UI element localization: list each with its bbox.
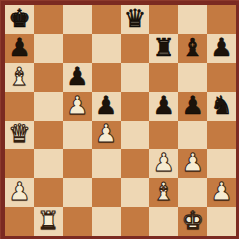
piece-white-pawn[interactable]: ♟	[181, 150, 203, 175]
piece-black-pawn[interactable]: ♟	[95, 93, 117, 118]
piece-black-bishop[interactable]: ♝	[181, 35, 203, 60]
square-h2[interactable]: ♟	[207, 178, 236, 207]
square-f7[interactable]: ♜	[149, 34, 178, 63]
square-f1[interactable]	[149, 207, 178, 236]
square-c5[interactable]: ♟	[63, 92, 92, 121]
square-b1[interactable]: ♜	[34, 207, 63, 236]
square-h7[interactable]: ♟	[207, 34, 236, 63]
square-b6[interactable]	[34, 63, 63, 92]
square-d7[interactable]	[92, 34, 121, 63]
piece-white-rook[interactable]: ♜	[37, 208, 59, 233]
square-g6[interactable]	[178, 63, 207, 92]
square-b2[interactable]	[34, 178, 63, 207]
square-a2[interactable]: ♟	[5, 178, 34, 207]
square-a3[interactable]	[5, 149, 34, 178]
square-f2[interactable]: ♝	[149, 178, 178, 207]
square-b8[interactable]	[34, 5, 63, 34]
piece-white-queen[interactable]: ♛	[8, 121, 30, 146]
square-a6[interactable]: ♝	[5, 63, 34, 92]
square-g8[interactable]	[178, 5, 207, 34]
piece-black-pawn[interactable]: ♟	[181, 93, 203, 118]
square-c2[interactable]	[63, 178, 92, 207]
square-a5[interactable]	[5, 92, 34, 121]
piece-black-pawn[interactable]: ♟	[153, 93, 175, 118]
square-c6[interactable]: ♟	[63, 63, 92, 92]
square-e3[interactable]	[121, 149, 150, 178]
piece-white-pawn[interactable]: ♟	[153, 150, 175, 175]
square-b7[interactable]	[34, 34, 63, 63]
square-c8[interactable]	[63, 5, 92, 34]
square-e7[interactable]	[121, 34, 150, 63]
square-d5[interactable]: ♟	[92, 92, 121, 121]
square-h8[interactable]	[207, 5, 236, 34]
square-f4[interactable]	[149, 121, 178, 150]
square-b3[interactable]	[34, 149, 63, 178]
piece-white-bishop[interactable]: ♝	[153, 179, 175, 204]
piece-black-pawn[interactable]: ♟	[66, 64, 88, 89]
square-e5[interactable]	[121, 92, 150, 121]
piece-white-pawn[interactable]: ♟	[95, 121, 117, 146]
square-d2[interactable]	[92, 178, 121, 207]
square-e4[interactable]	[121, 121, 150, 150]
square-d1[interactable]	[92, 207, 121, 236]
square-f8[interactable]	[149, 5, 178, 34]
square-d8[interactable]	[92, 5, 121, 34]
square-g7[interactable]: ♝	[178, 34, 207, 63]
square-b5[interactable]	[34, 92, 63, 121]
square-f3[interactable]: ♟	[149, 149, 178, 178]
square-g5[interactable]: ♟	[178, 92, 207, 121]
square-e8[interactable]: ♛	[121, 5, 150, 34]
square-d4[interactable]: ♟	[92, 121, 121, 150]
chess-board: ♚♛♟♜♝♟♝♟♟♟♟♟♞♛♟♟♟♟♝♟♜♚	[5, 5, 236, 236]
square-f6[interactable]	[149, 63, 178, 92]
square-f5[interactable]: ♟	[149, 92, 178, 121]
piece-white-king[interactable]: ♚	[181, 208, 203, 233]
piece-black-pawn[interactable]: ♟	[210, 35, 232, 60]
chess-board-frame: ♚♛♟♜♝♟♝♟♟♟♟♟♞♛♟♟♟♟♝♟♜♚	[0, 0, 239, 239]
square-a4[interactable]: ♛	[5, 121, 34, 150]
square-h5[interactable]: ♞	[207, 92, 236, 121]
piece-white-pawn[interactable]: ♟	[8, 179, 30, 204]
square-e2[interactable]	[121, 178, 150, 207]
square-c7[interactable]	[63, 34, 92, 63]
square-c1[interactable]	[63, 207, 92, 236]
square-g3[interactable]: ♟	[178, 149, 207, 178]
piece-white-bishop[interactable]: ♝	[8, 64, 30, 89]
square-c4[interactable]	[63, 121, 92, 150]
square-h4[interactable]	[207, 121, 236, 150]
square-h6[interactable]	[207, 63, 236, 92]
piece-black-king[interactable]: ♚	[8, 6, 30, 31]
square-g2[interactable]	[178, 178, 207, 207]
square-a1[interactable]	[5, 207, 34, 236]
square-e1[interactable]	[121, 207, 150, 236]
square-b4[interactable]	[34, 121, 63, 150]
square-g1[interactable]: ♚	[178, 207, 207, 236]
piece-white-pawn[interactable]: ♟	[210, 179, 232, 204]
square-e6[interactable]	[121, 63, 150, 92]
piece-black-knight[interactable]: ♞	[210, 93, 232, 118]
square-d6[interactable]	[92, 63, 121, 92]
square-a7[interactable]: ♟	[5, 34, 34, 63]
square-c3[interactable]	[63, 149, 92, 178]
square-a8[interactable]: ♚	[5, 5, 34, 34]
square-h3[interactable]	[207, 149, 236, 178]
piece-black-queen[interactable]: ♛	[124, 6, 146, 31]
square-g4[interactable]	[178, 121, 207, 150]
piece-black-pawn[interactable]: ♟	[8, 35, 30, 60]
square-d3[interactable]	[92, 149, 121, 178]
piece-black-rook[interactable]: ♜	[153, 35, 175, 60]
square-h1[interactable]	[207, 207, 236, 236]
piece-white-pawn[interactable]: ♟	[66, 93, 88, 118]
